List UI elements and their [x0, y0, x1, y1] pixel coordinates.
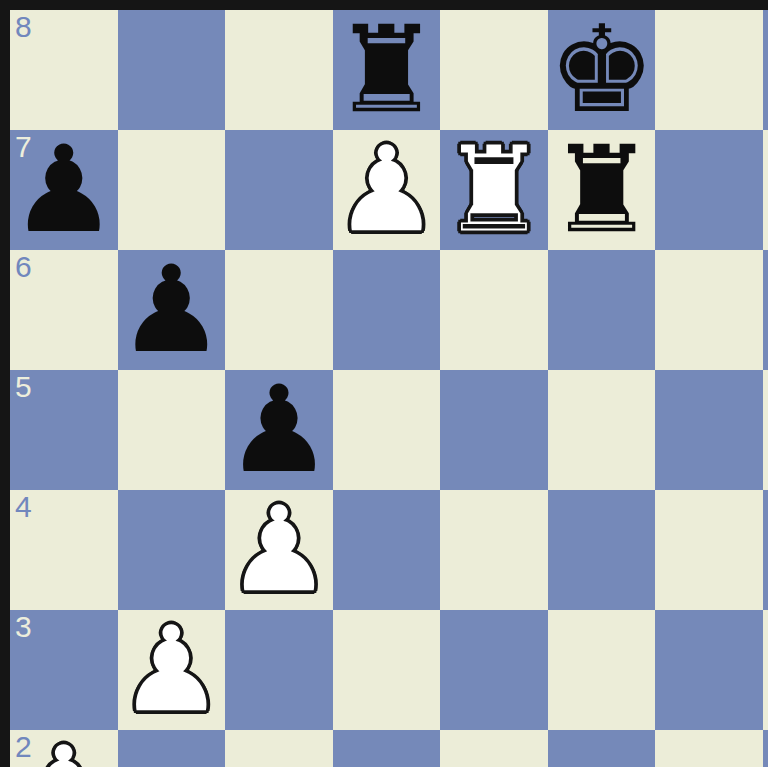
square-d8[interactable]: ♜ [333, 10, 441, 130]
piece-white-pawn[interactable]: ♟ [763, 730, 768, 767]
square-a3[interactable]: 3 [10, 610, 118, 730]
square-d2[interactable] [333, 730, 441, 767]
square-a8[interactable]: 8 [10, 10, 118, 130]
square-d7[interactable]: ♟ [333, 130, 441, 250]
square-e7[interactable]: ♜ [440, 130, 548, 250]
piece-white-rook[interactable]: ♜ [440, 130, 548, 250]
square-h3[interactable] [763, 610, 768, 730]
board-frame: 8♜♚7♟♟♜♜♟6♟5♟4♟3♟2♟♟1abcdefg♜h♚ [0, 0, 768, 767]
square-a7[interactable]: 7♟ [10, 130, 118, 250]
square-d3[interactable] [333, 610, 441, 730]
square-f8[interactable]: ♚ [548, 10, 656, 130]
piece-black-rook[interactable]: ♜ [548, 130, 656, 250]
square-d4[interactable] [333, 490, 441, 610]
piece-black-pawn[interactable]: ♟ [763, 130, 768, 250]
square-g6[interactable] [655, 250, 763, 370]
square-b7[interactable] [118, 130, 226, 250]
square-e2[interactable] [440, 730, 548, 767]
square-h2[interactable]: ♟ [763, 730, 768, 767]
square-g4[interactable] [655, 490, 763, 610]
rank-label-3: 3 [15, 612, 32, 642]
piece-black-king[interactable]: ♚ [548, 10, 656, 130]
square-f7[interactable]: ♜ [548, 130, 656, 250]
square-a5[interactable]: 5 [10, 370, 118, 490]
square-e3[interactable] [440, 610, 548, 730]
square-h5[interactable] [763, 370, 768, 490]
square-g7[interactable] [655, 130, 763, 250]
square-c7[interactable] [225, 130, 333, 250]
chess-board: 8♜♚7♟♟♜♜♟6♟5♟4♟3♟2♟♟1abcdefg♜h♚ [10, 10, 758, 757]
square-c5[interactable]: ♟ [225, 370, 333, 490]
square-g3[interactable] [655, 610, 763, 730]
square-f2[interactable] [548, 730, 656, 767]
square-h7[interactable]: ♟ [763, 130, 768, 250]
rank-label-5: 5 [15, 372, 32, 402]
square-b5[interactable] [118, 370, 226, 490]
square-c2[interactable] [225, 730, 333, 767]
rank-label-8: 8 [15, 12, 32, 42]
square-b6[interactable]: ♟ [118, 250, 226, 370]
square-c6[interactable] [225, 250, 333, 370]
square-f4[interactable] [548, 490, 656, 610]
square-c4[interactable]: ♟ [225, 490, 333, 610]
square-b4[interactable] [118, 490, 226, 610]
square-f6[interactable] [548, 250, 656, 370]
square-h6[interactable] [763, 250, 768, 370]
square-a6[interactable]: 6 [10, 250, 118, 370]
square-c8[interactable] [225, 10, 333, 130]
square-f3[interactable] [548, 610, 656, 730]
rank-label-4: 4 [15, 492, 32, 522]
square-e8[interactable] [440, 10, 548, 130]
square-d5[interactable] [333, 370, 441, 490]
rank-label-2: 2 [15, 732, 32, 762]
square-e5[interactable] [440, 370, 548, 490]
rank-label-6: 6 [15, 252, 32, 282]
piece-white-pawn[interactable]: ♟ [118, 610, 226, 730]
square-g8[interactable] [655, 10, 763, 130]
square-a2[interactable]: 2♟ [10, 730, 118, 767]
square-e4[interactable] [440, 490, 548, 610]
square-a4[interactable]: 4 [10, 490, 118, 610]
square-d6[interactable] [333, 250, 441, 370]
square-h4[interactable] [763, 490, 768, 610]
piece-black-rook[interactable]: ♜ [333, 10, 441, 130]
square-h8[interactable] [763, 10, 768, 130]
square-g5[interactable] [655, 370, 763, 490]
square-f5[interactable] [548, 370, 656, 490]
piece-white-pawn[interactable]: ♟ [225, 490, 333, 610]
square-b2[interactable] [118, 730, 226, 767]
piece-white-pawn[interactable]: ♟ [333, 130, 441, 250]
square-e6[interactable] [440, 250, 548, 370]
square-b3[interactable]: ♟ [118, 610, 226, 730]
square-g2[interactable] [655, 730, 763, 767]
square-b8[interactable] [118, 10, 226, 130]
piece-black-pawn[interactable]: ♟ [118, 250, 226, 370]
square-c3[interactable] [225, 610, 333, 730]
piece-black-pawn[interactable]: ♟ [225, 370, 333, 490]
rank-label-7: 7 [15, 132, 32, 162]
